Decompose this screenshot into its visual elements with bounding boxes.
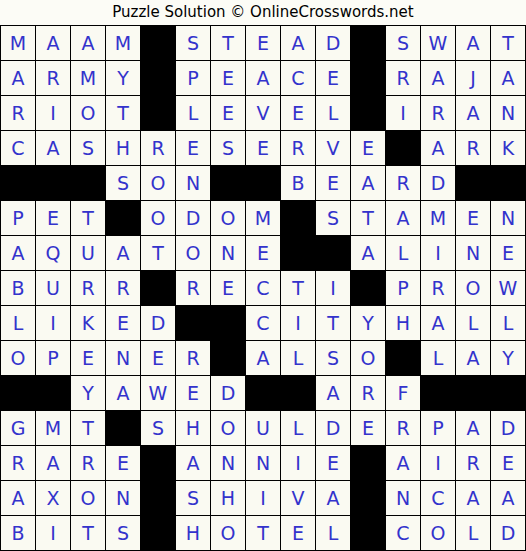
- letter-cell: A: [421, 131, 456, 166]
- letter-cell: R: [141, 131, 176, 166]
- block-cell: [106, 411, 141, 446]
- letter-cell: C: [386, 516, 421, 551]
- block-cell: [211, 166, 246, 201]
- letter-cell: N: [491, 201, 526, 236]
- letter-cell: L: [316, 516, 351, 551]
- letter-cell: A: [456, 96, 491, 131]
- letter-cell: E: [246, 236, 281, 271]
- letter-cell: O: [141, 201, 176, 236]
- letter-cell: S: [316, 341, 351, 376]
- letter-cell: E: [141, 341, 176, 376]
- letter-cell: O: [456, 271, 491, 306]
- block-cell: [351, 446, 386, 481]
- letter-cell: R: [176, 271, 211, 306]
- block-cell: [456, 376, 491, 411]
- letter-cell: P: [176, 61, 211, 96]
- block-cell: [141, 516, 176, 551]
- letter-cell: S: [141, 411, 176, 446]
- letter-cell: O: [71, 481, 106, 516]
- block-cell: [491, 166, 526, 201]
- block-cell: [351, 61, 386, 96]
- letter-cell: O: [211, 516, 246, 551]
- letter-cell: B: [281, 166, 316, 201]
- letter-cell: E: [106, 446, 141, 481]
- block-cell: [351, 26, 386, 61]
- letter-cell: A: [106, 376, 141, 411]
- letter-cell: E: [36, 201, 71, 236]
- letter-cell: E: [176, 376, 211, 411]
- letter-cell: N: [106, 341, 141, 376]
- block-cell: [36, 166, 71, 201]
- letter-cell: L: [456, 306, 491, 341]
- letter-cell: S: [386, 26, 421, 61]
- letter-cell: A: [456, 411, 491, 446]
- block-cell: [211, 341, 246, 376]
- block-cell: [281, 376, 316, 411]
- letter-cell: D: [176, 201, 211, 236]
- block-cell: [211, 306, 246, 341]
- letter-cell: A: [1, 236, 36, 271]
- block-cell: [141, 96, 176, 131]
- block-cell: [141, 26, 176, 61]
- letter-cell: E: [456, 201, 491, 236]
- letter-cell: S: [316, 201, 351, 236]
- letter-cell: D: [491, 516, 526, 551]
- letter-cell: H: [106, 131, 141, 166]
- letter-cell: B: [1, 271, 36, 306]
- letter-cell: N: [211, 446, 246, 481]
- letter-cell: A: [421, 306, 456, 341]
- letter-cell: H: [176, 411, 211, 446]
- letter-cell: R: [351, 376, 386, 411]
- letter-cell: R: [421, 271, 456, 306]
- letter-cell: S: [106, 516, 141, 551]
- block-cell: [36, 376, 71, 411]
- letter-cell: S: [211, 131, 246, 166]
- letter-cell: D: [211, 376, 246, 411]
- letter-cell: L: [491, 306, 526, 341]
- letter-cell: T: [106, 96, 141, 131]
- letter-cell: R: [1, 96, 36, 131]
- letter-cell: E: [281, 96, 316, 131]
- letter-cell: R: [386, 166, 421, 201]
- letter-cell: R: [71, 446, 106, 481]
- letter-cell: R: [456, 131, 491, 166]
- letter-cell: W: [421, 26, 456, 61]
- letter-cell: O: [141, 166, 176, 201]
- letter-cell: C: [421, 481, 456, 516]
- letter-cell: Y: [351, 306, 386, 341]
- letter-cell: Y: [491, 341, 526, 376]
- letter-cell: A: [176, 446, 211, 481]
- letter-cell: N: [386, 481, 421, 516]
- letter-cell: D: [141, 306, 176, 341]
- letter-cell: B: [1, 516, 36, 551]
- block-cell: [316, 236, 351, 271]
- letter-cell: E: [281, 516, 316, 551]
- letter-cell: T: [71, 201, 106, 236]
- block-cell: [141, 271, 176, 306]
- letter-cell: T: [141, 236, 176, 271]
- block-cell: [351, 516, 386, 551]
- letter-cell: A: [456, 481, 491, 516]
- letter-cell: P: [1, 201, 36, 236]
- block-cell: [246, 376, 281, 411]
- letter-cell: L: [1, 306, 36, 341]
- letter-cell: I: [36, 96, 71, 131]
- letter-cell: T: [211, 26, 246, 61]
- letter-cell: K: [71, 306, 106, 341]
- letter-cell: C: [246, 271, 281, 306]
- letter-cell: I: [316, 271, 351, 306]
- letter-cell: V: [281, 481, 316, 516]
- block-cell: [281, 201, 316, 236]
- letter-cell: E: [106, 306, 141, 341]
- letter-cell: A: [36, 131, 71, 166]
- letter-cell: A: [351, 236, 386, 271]
- letter-cell: R: [421, 96, 456, 131]
- letter-cell: U: [246, 411, 281, 446]
- letter-cell: A: [491, 481, 526, 516]
- block-cell: [491, 376, 526, 411]
- letter-cell: T: [71, 516, 106, 551]
- block-cell: [386, 341, 421, 376]
- letter-cell: E: [491, 236, 526, 271]
- letter-cell: N: [106, 481, 141, 516]
- letter-cell: U: [36, 271, 71, 306]
- letter-cell: P: [36, 341, 71, 376]
- letter-cell: N: [456, 236, 491, 271]
- letter-cell: E: [316, 166, 351, 201]
- letter-cell: A: [316, 376, 351, 411]
- letter-cell: T: [281, 271, 316, 306]
- letter-cell: D: [491, 411, 526, 446]
- letter-cell: P: [386, 271, 421, 306]
- block-cell: [176, 306, 211, 341]
- letter-cell: X: [36, 481, 71, 516]
- letter-cell: R: [176, 341, 211, 376]
- letter-cell: T: [351, 201, 386, 236]
- letter-cell: M: [71, 61, 106, 96]
- letter-cell: L: [281, 411, 316, 446]
- block-cell: [141, 446, 176, 481]
- block-cell: [106, 201, 141, 236]
- letter-cell: H: [176, 516, 211, 551]
- letter-cell: M: [36, 411, 71, 446]
- letter-cell: N: [491, 96, 526, 131]
- letter-cell: A: [36, 26, 71, 61]
- letter-cell: O: [71, 96, 106, 131]
- letter-cell: V: [316, 131, 351, 166]
- letter-cell: A: [491, 61, 526, 96]
- letter-cell: N: [246, 446, 281, 481]
- letter-cell: R: [36, 61, 71, 96]
- letter-cell: I: [421, 236, 456, 271]
- letter-cell: C: [1, 131, 36, 166]
- letter-cell: E: [71, 341, 106, 376]
- letter-cell: E: [316, 446, 351, 481]
- letter-cell: P: [421, 411, 456, 446]
- letter-cell: O: [421, 516, 456, 551]
- block-cell: [1, 166, 36, 201]
- block-cell: [246, 166, 281, 201]
- letter-cell: A: [246, 61, 281, 96]
- letter-cell: Y: [71, 376, 106, 411]
- letter-cell: L: [456, 516, 491, 551]
- letter-cell: I: [386, 96, 421, 131]
- letter-cell: O: [176, 236, 211, 271]
- crossword-grid: MAAMSTEADSWATARMYPEACERAJARIOTLEVELIRANC…: [0, 25, 526, 551]
- letter-cell: C: [246, 306, 281, 341]
- letter-cell: D: [316, 26, 351, 61]
- block-cell: [421, 376, 456, 411]
- letter-cell: E: [211, 96, 246, 131]
- letter-cell: A: [386, 201, 421, 236]
- block-cell: [351, 271, 386, 306]
- letter-cell: M: [246, 201, 281, 236]
- letter-cell: W: [491, 271, 526, 306]
- letter-cell: H: [211, 481, 246, 516]
- letter-cell: J: [456, 61, 491, 96]
- letter-cell: E: [351, 411, 386, 446]
- block-cell: [351, 96, 386, 131]
- block-cell: [141, 481, 176, 516]
- letter-cell: V: [246, 96, 281, 131]
- letter-cell: R: [281, 131, 316, 166]
- letter-cell: E: [316, 61, 351, 96]
- letter-cell: I: [246, 481, 281, 516]
- letter-cell: L: [281, 341, 316, 376]
- letter-cell: L: [386, 236, 421, 271]
- letter-cell: A: [1, 61, 36, 96]
- letter-cell: E: [211, 271, 246, 306]
- letter-cell: T: [316, 306, 351, 341]
- letter-cell: G: [1, 411, 36, 446]
- letter-cell: U: [71, 236, 106, 271]
- letter-cell: Q: [36, 236, 71, 271]
- block-cell: [71, 166, 106, 201]
- letter-cell: A: [281, 26, 316, 61]
- letter-cell: O: [211, 201, 246, 236]
- letter-cell: T: [71, 411, 106, 446]
- letter-cell: D: [316, 411, 351, 446]
- letter-cell: L: [421, 341, 456, 376]
- letter-cell: A: [36, 446, 71, 481]
- block-cell: [1, 376, 36, 411]
- letter-cell: E: [176, 131, 211, 166]
- block-cell: [351, 481, 386, 516]
- letter-cell: R: [1, 446, 36, 481]
- letter-cell: A: [456, 26, 491, 61]
- letter-cell: A: [71, 26, 106, 61]
- letter-cell: N: [211, 236, 246, 271]
- letter-cell: A: [421, 61, 456, 96]
- letter-cell: T: [246, 516, 281, 551]
- letter-cell: E: [351, 131, 386, 166]
- letter-cell: I: [281, 446, 316, 481]
- letter-cell: L: [316, 96, 351, 131]
- letter-cell: K: [491, 131, 526, 166]
- letter-cell: I: [421, 446, 456, 481]
- block-cell: [281, 236, 316, 271]
- letter-cell: S: [71, 131, 106, 166]
- letter-cell: A: [246, 341, 281, 376]
- letter-cell: S: [176, 26, 211, 61]
- letter-cell: N: [176, 166, 211, 201]
- letter-cell: W: [141, 376, 176, 411]
- letter-cell: O: [211, 411, 246, 446]
- letter-cell: M: [106, 26, 141, 61]
- letter-cell: S: [176, 481, 211, 516]
- letter-cell: R: [106, 271, 141, 306]
- letter-cell: T: [491, 26, 526, 61]
- letter-cell: I: [36, 306, 71, 341]
- page-title: Puzzle Solution © OnlineCrosswords.net: [0, 0, 526, 25]
- block-cell: [456, 166, 491, 201]
- block-cell: [141, 61, 176, 96]
- letter-cell: I: [36, 516, 71, 551]
- letter-cell: A: [106, 236, 141, 271]
- letter-cell: O: [1, 341, 36, 376]
- letter-cell: A: [316, 481, 351, 516]
- letter-cell: M: [421, 201, 456, 236]
- letter-cell: C: [281, 61, 316, 96]
- letter-cell: I: [281, 306, 316, 341]
- letter-cell: M: [1, 26, 36, 61]
- letter-cell: F: [386, 376, 421, 411]
- letter-cell: A: [1, 481, 36, 516]
- letter-cell: E: [246, 26, 281, 61]
- letter-cell: Y: [106, 61, 141, 96]
- letter-cell: R: [386, 411, 421, 446]
- letter-cell: S: [106, 166, 141, 201]
- letter-cell: O: [351, 341, 386, 376]
- letter-cell: D: [421, 166, 456, 201]
- letter-cell: L: [176, 96, 211, 131]
- letter-cell: R: [71, 271, 106, 306]
- letter-cell: R: [456, 446, 491, 481]
- letter-cell: E: [211, 61, 246, 96]
- letter-cell: E: [246, 131, 281, 166]
- letter-cell: H: [386, 306, 421, 341]
- letter-cell: E: [491, 446, 526, 481]
- letter-cell: R: [386, 61, 421, 96]
- block-cell: [386, 131, 421, 166]
- letter-cell: A: [386, 446, 421, 481]
- letter-cell: A: [351, 166, 386, 201]
- letter-cell: A: [456, 341, 491, 376]
